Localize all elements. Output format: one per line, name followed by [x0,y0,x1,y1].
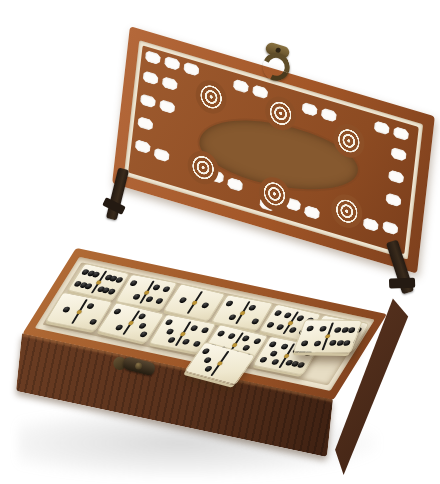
pip [88,318,97,325]
pip [297,362,306,369]
lattice-cutout [183,61,200,77]
pip [248,304,257,311]
flower-medallion [329,190,363,231]
pip [178,296,187,303]
lattice-cutout [164,55,181,71]
pip [225,300,234,307]
pip [305,326,314,332]
pip [217,330,226,337]
lattice-cutout [321,107,338,123]
lattice-cutout [144,50,161,66]
pip [253,338,262,345]
pip [313,341,322,347]
pip [201,348,210,355]
pip [140,331,149,338]
flower-medallion [194,76,228,117]
lattice-cutout [373,120,390,136]
pip [348,327,357,333]
lattice-cutout [252,84,269,100]
left-hinge [106,167,129,220]
lattice-cutout [388,169,405,185]
pip [85,303,94,310]
lattice-cutout [382,220,399,236]
pip [114,277,123,284]
pip [113,308,122,315]
pip [165,328,174,335]
pip [62,306,71,313]
pip [132,294,141,301]
lattice-cutout [142,70,159,86]
pip [251,319,260,326]
pip [107,288,116,295]
pip [152,284,161,291]
pip [162,286,171,293]
lattice-cutout [362,217,379,233]
lattice-cutout [137,116,154,132]
lattice-cutout [227,177,244,193]
domino-box-photo [0,0,440,484]
pip [283,312,292,319]
pip [167,336,176,343]
pip [268,341,277,348]
pip [269,350,278,357]
pip [155,298,164,305]
pip [164,319,173,326]
lattice-cutout [304,205,321,221]
pip [265,322,274,329]
pip [227,333,236,340]
pip [137,313,146,320]
pip [200,327,209,334]
pip [227,314,236,321]
pip [129,279,138,286]
pip [115,324,124,331]
lattice-cutout [232,78,249,94]
pip [280,344,289,351]
pip [189,325,198,332]
pip [201,302,210,309]
lattice-cutout [161,76,178,92]
pip [259,356,268,363]
lattice-cutout [159,99,176,115]
lattice-cutout [134,139,151,155]
pip [242,344,251,351]
lattice-cutout [390,146,407,162]
pip [275,324,284,331]
pip [271,358,280,365]
lattice-cutout [153,147,170,163]
pip [273,309,282,316]
pip [241,335,250,342]
pip [300,341,309,347]
pip [318,326,327,332]
pip [342,341,351,347]
pip [288,327,297,334]
pip [204,366,213,373]
lattice-cutout [385,192,402,208]
pip [202,357,211,364]
pip [181,338,190,345]
lattice-cutout [301,101,318,117]
lattice-cutout [393,126,410,142]
pip [145,296,154,303]
lattice-cutout [139,93,156,109]
pip [138,322,147,329]
